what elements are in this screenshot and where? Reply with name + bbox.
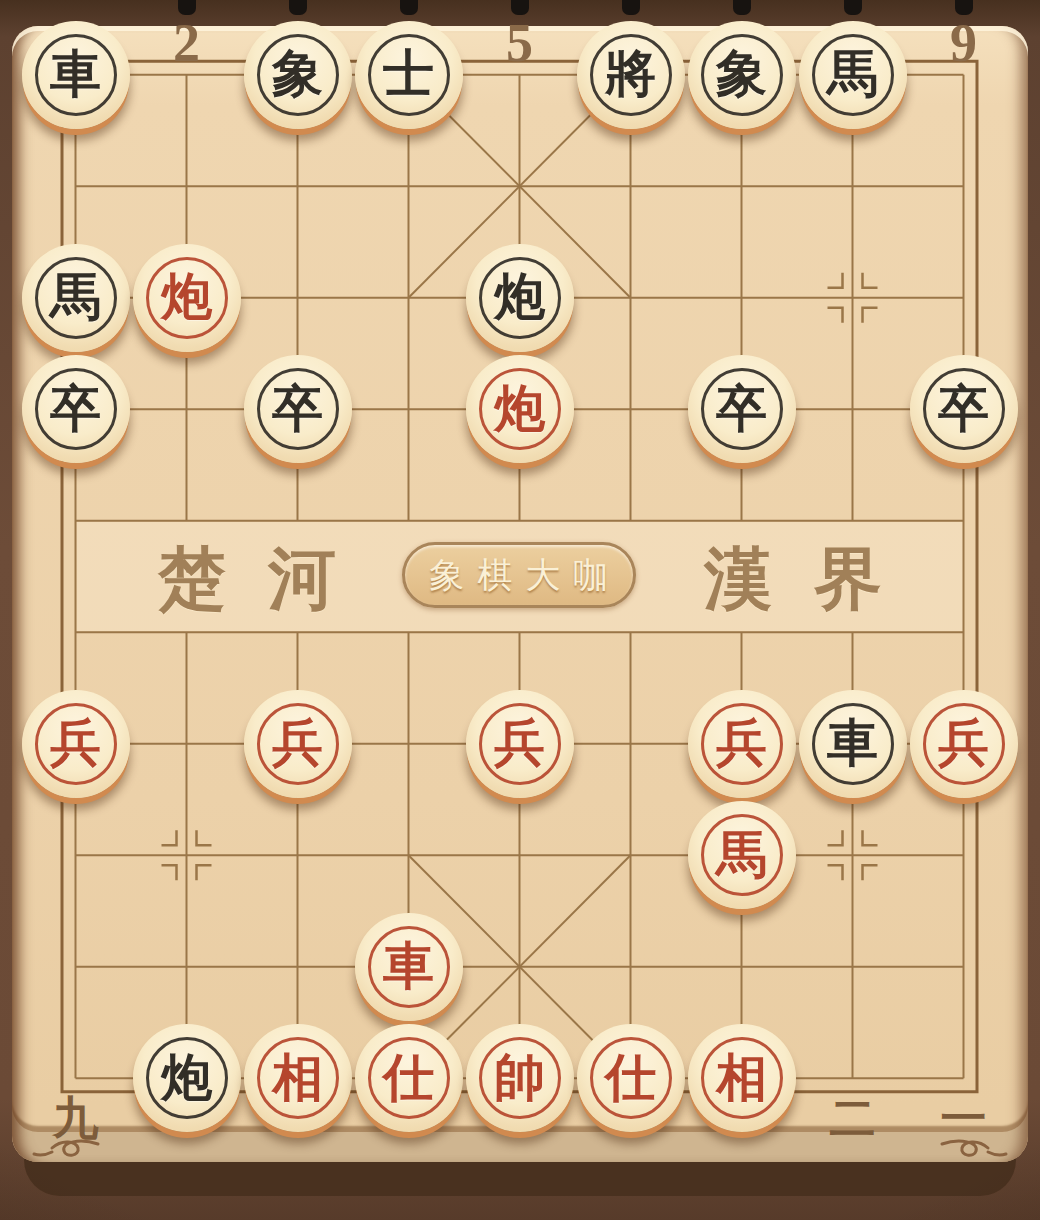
piece-glyph: 相 <box>716 1044 767 1113</box>
piece-red-chariot[interactable]: 車 <box>355 913 463 1021</box>
board-point-file0-rank4[interactable] <box>20 465 131 577</box>
board-point-file3-rank2[interactable] <box>353 242 464 354</box>
piece-glyph: 馬 <box>716 821 767 890</box>
board-point-file6-rank6[interactable]: 兵 <box>686 688 797 800</box>
board-point-file5-rank8[interactable] <box>575 911 686 1023</box>
board-point-file3-rank1[interactable] <box>353 131 464 243</box>
board-point-file8-rank9[interactable] <box>908 1023 1019 1135</box>
board-point-file8-rank7[interactable] <box>908 800 1019 912</box>
piece-glyph: 仕 <box>605 1044 656 1113</box>
piece-glyph: 馬 <box>50 263 101 332</box>
board-point-file0-rank1[interactable] <box>20 131 131 243</box>
board-point-file5-rank3[interactable] <box>575 354 686 466</box>
board-point-file7-rank3[interactable] <box>797 354 908 466</box>
board-point-file5-rank1[interactable] <box>575 131 686 243</box>
board-point-file0-rank7[interactable] <box>20 800 131 912</box>
board-point-file5-rank0[interactable]: 將 <box>575 19 686 131</box>
board-point-file8-rank0[interactable] <box>908 19 1019 131</box>
piece-red-elephant[interactable]: 相 <box>244 1024 352 1132</box>
board-point-file8-rank5[interactable] <box>908 577 1019 689</box>
board-point-file4-rank8[interactable] <box>464 911 575 1023</box>
board-point-file4-rank5[interactable] <box>464 577 575 689</box>
piece-red-advisor[interactable]: 仕 <box>577 1024 685 1132</box>
board-point-file5-rank6[interactable] <box>575 688 686 800</box>
piece-black-cannon[interactable]: 炮 <box>466 244 574 352</box>
board-point-file4-rank4[interactable] <box>464 465 575 577</box>
board-point-file6-rank1[interactable] <box>686 131 797 243</box>
piece-black-horse[interactable]: 馬 <box>22 244 130 352</box>
board-point-file7-rank8[interactable] <box>797 911 908 1023</box>
board-point-file2-rank0[interactable]: 象 <box>242 19 353 131</box>
board-point-file0-rank8[interactable] <box>20 911 131 1023</box>
piece-red-soldier[interactable]: 兵 <box>688 690 796 798</box>
board-point-file8-rank3[interactable]: 卒 <box>908 354 1019 466</box>
board-point-file7-rank7[interactable] <box>797 800 908 912</box>
piece-glyph: 炮 <box>161 1044 212 1113</box>
board-point-file2-rank3[interactable]: 卒 <box>242 354 353 466</box>
board-point-file4-rank6[interactable]: 兵 <box>464 688 575 800</box>
board-point-file5-rank2[interactable] <box>575 242 686 354</box>
piece-glyph: 兵 <box>272 709 323 778</box>
piece-black-elephant[interactable]: 象 <box>688 21 796 129</box>
board-point-file1-rank0[interactable] <box>131 19 242 131</box>
board-point-file6-rank7[interactable]: 馬 <box>686 800 797 912</box>
piece-glyph: 兵 <box>938 709 989 778</box>
piece-black-soldier[interactable]: 卒 <box>688 355 796 463</box>
piece-red-cannon[interactable]: 炮 <box>133 244 241 352</box>
piece-glyph: 馬 <box>827 40 878 109</box>
piece-glyph: 相 <box>272 1044 323 1113</box>
piece-glyph: 卒 <box>716 375 767 444</box>
piece-glyph: 卒 <box>938 375 989 444</box>
piece-black-chariot[interactable]: 車 <box>22 21 130 129</box>
piece-glyph: 炮 <box>494 263 545 332</box>
board-point-file6-rank0[interactable]: 象 <box>686 19 797 131</box>
piece-black-chariot[interactable]: 車 <box>799 690 907 798</box>
board-point-file1-rank1[interactable] <box>131 131 242 243</box>
piece-glyph: 兵 <box>494 709 545 778</box>
board-point-file5-rank9[interactable]: 仕 <box>575 1023 686 1135</box>
board-point-file4-rank7[interactable] <box>464 800 575 912</box>
board-point-file1-rank7[interactable] <box>131 800 242 912</box>
board-point-file1-rank2[interactable]: 炮 <box>131 242 242 354</box>
board-point-file2-rank7[interactable] <box>242 800 353 912</box>
board-point-file5-rank7[interactable] <box>575 800 686 912</box>
board-point-file5-rank5[interactable] <box>575 577 686 689</box>
piece-glyph: 兵 <box>50 709 101 778</box>
xiangqi-app-screen: 楚河 漢界 象棋大咖 259九二一 車象士將象馬馬炮炮卒卒炮卒卒兵兵兵兵車兵馬車… <box>0 0 1040 1220</box>
piece-black-general[interactable]: 將 <box>577 21 685 129</box>
piece-red-soldier[interactable]: 兵 <box>466 690 574 798</box>
board-point-file6-rank8[interactable] <box>686 911 797 1023</box>
board-point-file2-rank5[interactable] <box>242 577 353 689</box>
board-point-file0-rank9[interactable] <box>20 1023 131 1135</box>
piece-red-soldier[interactable]: 兵 <box>244 690 352 798</box>
piece-black-soldier[interactable]: 卒 <box>910 355 1018 463</box>
board-point-file7-rank9[interactable] <box>797 1023 908 1135</box>
board-point-file7-rank2[interactable] <box>797 242 908 354</box>
piece-glyph: 士 <box>383 40 434 109</box>
piece-glyph: 卒 <box>50 375 101 444</box>
piece-glyph: 帥 <box>494 1044 545 1113</box>
piece-glyph: 炮 <box>161 263 212 332</box>
board-point-file2-rank4[interactable] <box>242 465 353 577</box>
board-point-file3-rank6[interactable] <box>353 688 464 800</box>
piece-black-horse[interactable]: 馬 <box>799 21 907 129</box>
board-point-file2-rank6[interactable]: 兵 <box>242 688 353 800</box>
piece-black-soldier[interactable]: 卒 <box>22 355 130 463</box>
board-point-file7-rank0[interactable]: 馬 <box>797 19 908 131</box>
piece-red-soldier[interactable]: 兵 <box>910 690 1018 798</box>
board-point-file4-rank1[interactable] <box>464 131 575 243</box>
board-point-file4-rank9[interactable]: 帥 <box>464 1023 575 1135</box>
board-point-file2-rank1[interactable] <box>242 131 353 243</box>
board-point-file1-rank8[interactable] <box>131 911 242 1023</box>
piece-black-soldier[interactable]: 卒 <box>244 355 352 463</box>
piece-glyph: 車 <box>383 932 434 1001</box>
board-point-file8-rank2[interactable] <box>908 242 1019 354</box>
piece-glyph: 象 <box>272 40 323 109</box>
board-point-file4-rank3[interactable]: 炮 <box>464 354 575 466</box>
board-point-file8-rank8[interactable] <box>908 911 1019 1023</box>
board-point-file6-rank9[interactable]: 相 <box>686 1023 797 1135</box>
piece-red-soldier[interactable]: 兵 <box>22 690 130 798</box>
piece-glyph: 車 <box>827 709 878 778</box>
board-point-file1-rank4[interactable] <box>131 465 242 577</box>
board-point-file7-rank5[interactable] <box>797 577 908 689</box>
board-point-file1-rank5[interactable] <box>131 577 242 689</box>
board-point-file3-rank3[interactable] <box>353 354 464 466</box>
piece-glyph: 卒 <box>272 375 323 444</box>
piece-glyph: 車 <box>50 40 101 109</box>
board-point-file1-rank6[interactable] <box>131 688 242 800</box>
board-point-file3-rank8[interactable]: 車 <box>353 911 464 1023</box>
board-point-file7-rank1[interactable] <box>797 131 908 243</box>
piece-glyph: 象 <box>716 40 767 109</box>
piece-glyph: 仕 <box>383 1044 434 1113</box>
board-point-file7-rank6[interactable]: 車 <box>797 688 908 800</box>
board-point-file3-rank0[interactable]: 士 <box>353 19 464 131</box>
piece-glyph: 將 <box>605 40 656 109</box>
board-point-file0-rank6[interactable]: 兵 <box>20 688 131 800</box>
board-point-file2-rank9[interactable]: 相 <box>242 1023 353 1135</box>
board-point-file8-rank4[interactable] <box>908 465 1019 577</box>
board-point-file8-rank1[interactable] <box>908 131 1019 243</box>
board-point-file7-rank4[interactable] <box>797 465 908 577</box>
board-point-file1-rank9[interactable]: 炮 <box>131 1023 242 1135</box>
piece-red-horse[interactable]: 馬 <box>688 801 796 909</box>
board-point-file4-rank2[interactable]: 炮 <box>464 242 575 354</box>
board-point-file0-rank0[interactable]: 車 <box>20 19 131 131</box>
board-points-grid: 車象士將象馬馬炮炮卒卒炮卒卒兵兵兵兵車兵馬車炮相仕帥仕相 <box>20 19 1019 1134</box>
piece-red-elephant[interactable]: 相 <box>688 1024 796 1132</box>
piece-black-advisor[interactable]: 士 <box>355 21 463 129</box>
board-point-file0-rank3[interactable]: 卒 <box>20 354 131 466</box>
piece-glyph: 炮 <box>494 375 545 444</box>
board-point-file2-rank8[interactable] <box>242 911 353 1023</box>
board-point-file6-rank2[interactable] <box>686 242 797 354</box>
board-point-file6-rank3[interactable]: 卒 <box>686 354 797 466</box>
board-point-file5-rank4[interactable] <box>575 465 686 577</box>
board-point-file4-rank0[interactable] <box>464 19 575 131</box>
piece-black-cannon[interactable]: 炮 <box>133 1024 241 1132</box>
piece-black-elephant[interactable]: 象 <box>244 21 352 129</box>
piece-red-cannon[interactable]: 炮 <box>466 355 574 463</box>
board-point-file3-rank9[interactable]: 仕 <box>353 1023 464 1135</box>
piece-glyph: 兵 <box>716 709 767 778</box>
board-point-file1-rank3[interactable] <box>131 354 242 466</box>
board-point-file3-rank4[interactable] <box>353 465 464 577</box>
board-point-file0-rank5[interactable] <box>20 577 131 689</box>
piece-red-general[interactable]: 帥 <box>466 1024 574 1132</box>
board-point-file2-rank2[interactable] <box>242 242 353 354</box>
board-point-file0-rank2[interactable]: 馬 <box>20 242 131 354</box>
piece-red-advisor[interactable]: 仕 <box>355 1024 463 1132</box>
board-point-file8-rank6[interactable]: 兵 <box>908 688 1019 800</box>
board-point-file3-rank5[interactable] <box>353 577 464 689</box>
board-point-file3-rank7[interactable] <box>353 800 464 912</box>
board-point-file6-rank5[interactable] <box>686 577 797 689</box>
board-point-file6-rank4[interactable] <box>686 465 797 577</box>
